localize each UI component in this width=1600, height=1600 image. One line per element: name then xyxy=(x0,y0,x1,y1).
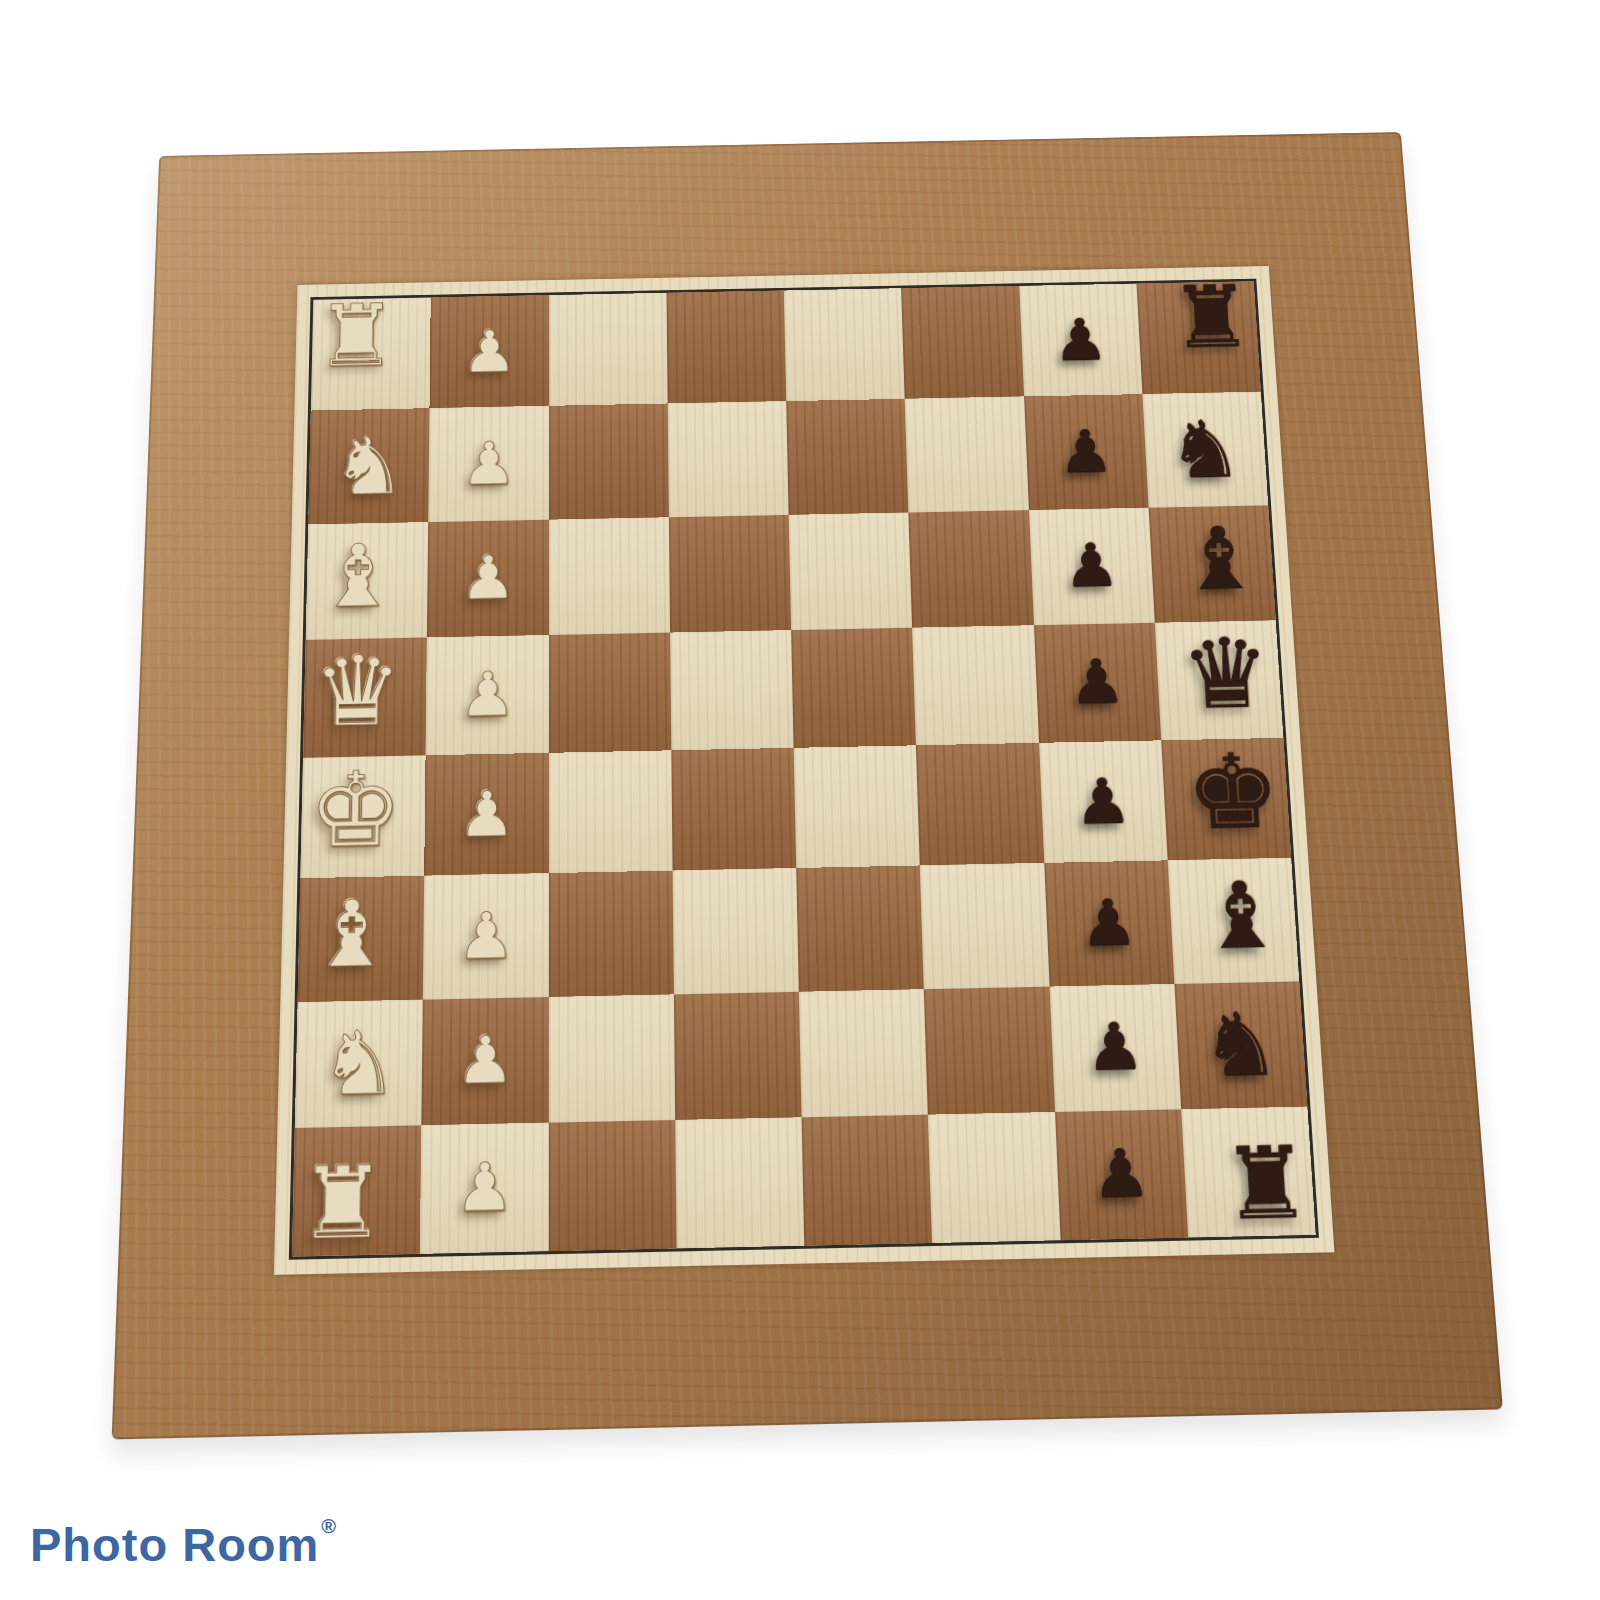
piece-white-pawn[interactable]: ♟ xyxy=(459,664,516,726)
piece-white-knight[interactable]: ♞ xyxy=(331,426,407,507)
square-r4c5 xyxy=(791,627,916,747)
square-r3c8: ♝ xyxy=(1148,505,1275,623)
square-r1c2: ♟ xyxy=(430,295,549,408)
square-r8c1: ♜ xyxy=(292,1125,422,1256)
square-r5c3 xyxy=(548,750,672,873)
square-r1c1: ♜ xyxy=(311,297,431,410)
square-r6c3 xyxy=(548,871,673,997)
square-r4c3 xyxy=(548,632,671,752)
square-r5c1: ♚ xyxy=(300,755,425,878)
piece-white-pawn[interactable]: ♟ xyxy=(458,782,516,846)
square-r6c5 xyxy=(796,866,924,992)
piece-black-pawn[interactable]: ♟ xyxy=(1090,1140,1152,1208)
square-r5c4 xyxy=(671,748,796,871)
square-r2c2: ♟ xyxy=(428,406,548,522)
square-r5c2: ♟ xyxy=(424,753,548,876)
board-squares: ♜♟♟♜♞♟♟♞♝♟♟♝♛♟♟♛♚♟♟♚♝♟♟♝♞♟♟♞♜♟♟♜ xyxy=(289,279,1319,1260)
piece-black-pawn[interactable]: ♟ xyxy=(1084,1014,1146,1080)
square-r3c1: ♝ xyxy=(306,522,429,640)
square-r8c5 xyxy=(802,1114,933,1245)
piece-black-pawn[interactable]: ♟ xyxy=(1073,770,1133,834)
square-r3c5 xyxy=(789,512,913,630)
square-r5c8: ♚ xyxy=(1161,738,1291,861)
piece-white-pawn[interactable]: ♟ xyxy=(462,322,517,381)
square-r1c6 xyxy=(901,286,1023,399)
piece-white-knight[interactable]: ♞ xyxy=(319,1018,399,1108)
piece-black-knight[interactable]: ♞ xyxy=(1165,409,1244,489)
square-r7c6 xyxy=(924,986,1055,1114)
piece-black-pawn[interactable]: ♟ xyxy=(1067,651,1127,713)
square-r4c2: ♟ xyxy=(426,635,549,756)
square-r1c5 xyxy=(784,288,905,401)
photoroom-watermark: Photo Room® xyxy=(30,1515,337,1572)
square-r4c7: ♟ xyxy=(1033,623,1160,743)
square-r7c5 xyxy=(799,989,928,1117)
square-r2c7: ♟ xyxy=(1024,394,1149,509)
maple-border: ♜♟♟♜♞♟♟♞♝♟♟♝♛♟♟♛♚♟♟♚♝♟♟♝♞♟♟♞♜♟♟♜ xyxy=(274,266,1335,1275)
square-r1c8: ♜ xyxy=(1136,281,1261,394)
square-r3c4 xyxy=(669,514,791,632)
piece-black-pawn[interactable]: ♟ xyxy=(1057,422,1115,482)
square-r2c6 xyxy=(905,397,1029,512)
square-r2c5 xyxy=(786,399,908,514)
square-r6c1: ♝ xyxy=(298,876,425,1002)
square-r8c7: ♟ xyxy=(1055,1109,1188,1240)
square-r2c4 xyxy=(667,401,788,516)
square-r3c2: ♟ xyxy=(427,519,548,637)
square-r4c6 xyxy=(912,625,1038,745)
square-r8c2: ♟ xyxy=(420,1122,548,1253)
square-r8c6 xyxy=(928,1112,1060,1243)
square-r2c1: ♞ xyxy=(308,408,429,524)
square-r5c6 xyxy=(916,743,1044,866)
piece-white-pawn[interactable]: ♟ xyxy=(456,1027,515,1094)
piece-white-pawn[interactable]: ♟ xyxy=(455,1154,515,1222)
piece-black-pawn[interactable]: ♟ xyxy=(1062,535,1121,596)
square-r6c6 xyxy=(920,863,1049,989)
square-r1c4 xyxy=(666,291,786,404)
square-r7c4 xyxy=(674,991,802,1119)
piece-black-rook[interactable]: ♜ xyxy=(1168,274,1255,361)
square-r7c8: ♞ xyxy=(1174,981,1307,1109)
registered-mark: ® xyxy=(321,1515,337,1537)
square-r3c3 xyxy=(549,517,670,635)
square-r5c5 xyxy=(794,745,920,868)
square-r3c6 xyxy=(909,510,1034,628)
piece-black-knight[interactable]: ♞ xyxy=(1199,1000,1283,1089)
square-r2c3 xyxy=(549,404,669,520)
square-r7c7: ♟ xyxy=(1049,984,1181,1112)
square-r1c3 xyxy=(549,293,668,406)
piece-black-king[interactable]: ♚ xyxy=(1184,741,1284,845)
chess-board: ♜♟♟♜♞♟♟♞♝♟♟♝♛♟♟♛♚♟♟♚♝♟♟♝♞♟♟♞♜♟♟♜ xyxy=(112,132,1503,1439)
square-r6c7: ♟ xyxy=(1044,861,1174,986)
square-r8c3 xyxy=(548,1120,676,1251)
square-r7c3 xyxy=(548,994,675,1122)
piece-white-rook[interactable]: ♜ xyxy=(314,293,397,380)
square-r6c8: ♝ xyxy=(1167,858,1299,983)
square-r8c8: ♜ xyxy=(1181,1106,1316,1237)
board-scene: ♜♟♟♜♞♟♟♞♝♟♟♝♛♟♟♛♚♟♟♚♝♟♟♝♞♟♟♞♜♟♟♜ xyxy=(0,0,1600,1600)
piece-black-bishop[interactable]: ♝ xyxy=(1177,516,1263,604)
piece-white-bishop[interactable]: ♝ xyxy=(316,533,398,621)
piece-black-pawn[interactable]: ♟ xyxy=(1051,311,1109,370)
watermark-text: Photo Room xyxy=(30,1518,319,1571)
square-r1c7: ♟ xyxy=(1019,284,1142,397)
piece-black-queen[interactable]: ♛ xyxy=(1179,625,1274,723)
piece-black-pawn[interactable]: ♟ xyxy=(1078,891,1139,956)
square-r6c2: ♟ xyxy=(423,873,548,999)
piece-white-king[interactable]: ♚ xyxy=(307,759,403,864)
piece-white-pawn[interactable]: ♟ xyxy=(460,547,517,608)
square-r3c7: ♟ xyxy=(1028,507,1154,625)
piece-white-queen[interactable]: ♛ xyxy=(312,643,403,741)
square-r4c4 xyxy=(670,630,794,750)
square-r7c2: ♟ xyxy=(422,997,549,1126)
square-r8c4 xyxy=(675,1117,804,1248)
square-r4c1: ♛ xyxy=(303,637,427,758)
square-r6c4 xyxy=(672,868,798,994)
piece-black-bishop[interactable]: ♝ xyxy=(1197,870,1286,963)
square-r7c1: ♞ xyxy=(295,999,423,1128)
board-frame: ♜♟♟♜♞♟♟♞♝♟♟♝♛♟♟♛♚♟♟♚♝♟♟♝♞♟♟♞♜♟♟♜ xyxy=(112,132,1503,1439)
square-r4c8: ♛ xyxy=(1155,620,1284,740)
piece-white-bishop[interactable]: ♝ xyxy=(309,888,394,982)
piece-white-rook[interactable]: ♜ xyxy=(297,1153,387,1254)
piece-white-pawn[interactable]: ♟ xyxy=(461,434,517,494)
photo-background: ♜♟♟♜♞♟♟♞♝♟♟♝♛♟♟♛♚♟♟♚♝♟♟♝♞♟♟♞♜♟♟♜ Photo R… xyxy=(0,0,1600,1600)
square-r2c8: ♞ xyxy=(1142,392,1268,507)
piece-black-rook[interactable]: ♜ xyxy=(1219,1133,1313,1234)
square-r5c7: ♟ xyxy=(1039,740,1168,863)
piece-white-pawn[interactable]: ♟ xyxy=(457,903,515,968)
